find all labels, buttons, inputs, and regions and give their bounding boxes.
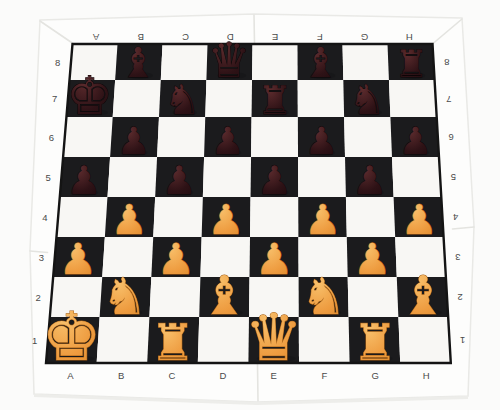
rank-label-left-3: 3: [39, 252, 44, 263]
square-c8[interactable]: [161, 44, 208, 80]
square-e8[interactable]: [252, 44, 298, 80]
square-g4[interactable]: [346, 197, 395, 237]
rank-label-right-7: 7: [446, 94, 451, 105]
rank-label-right-5: 5: [451, 172, 456, 183]
piece-white-pawn-g3[interactable]: ♟: [353, 234, 391, 284]
piece-white-pawn-d4[interactable]: ♟: [207, 196, 244, 244]
piece-white-bishop-h2[interactable]: ♝: [399, 264, 447, 327]
piece-white-pawn-b4[interactable]: ♟: [111, 196, 148, 244]
piece-white-king-a1[interactable]: ♚: [41, 298, 101, 376]
square-c4[interactable]: [153, 197, 203, 237]
piece-black-bishop-f8[interactable]: ♝: [302, 39, 339, 87]
rank-label-right-1: 1: [460, 335, 465, 346]
photo-canvas: ABCDEFGHABCDEFGH8765432187654321♝♛♝♜♚♞♜♞…: [0, 0, 500, 410]
piece-white-rook-c1[interactable]: ♜: [150, 313, 195, 372]
piece-black-bishop-b8[interactable]: ♝: [120, 39, 157, 87]
rank-label-left-2: 2: [36, 292, 41, 303]
square-h5[interactable]: [392, 157, 441, 197]
piece-black-pawn-b6[interactable]: ♟: [117, 119, 151, 163]
piece-white-knight-b2[interactable]: ♞: [102, 267, 147, 326]
square-d5[interactable]: [203, 157, 251, 197]
mat-fold-crease: [254, 15, 255, 44]
piece-black-pawn-e5[interactable]: ♟: [257, 157, 292, 203]
rank-label-right-2: 2: [458, 292, 463, 303]
rank-label-left-7: 7: [52, 93, 57, 104]
square-g8[interactable]: [343, 44, 389, 80]
rank-label-right-8: 8: [444, 57, 449, 68]
file-label-top-a: A: [92, 32, 99, 43]
piece-white-pawn-a3[interactable]: ♟: [59, 234, 97, 284]
square-a4[interactable]: [56, 197, 107, 237]
piece-white-pawn-f4[interactable]: ♟: [304, 196, 341, 244]
file-label-bottom-f: F: [322, 370, 328, 381]
rank-label-right-6: 6: [448, 132, 453, 143]
piece-white-pawn-e3[interactable]: ♟: [255, 234, 293, 284]
file-label-bottom-h: H: [423, 370, 430, 381]
chessboard: ABCDEFGHABCDEFGH8765432187654321♝♛♝♜♚♞♜♞…: [0, 0, 500, 410]
rank-label-right-3: 3: [455, 252, 460, 263]
piece-white-bishop-d2[interactable]: ♝: [200, 264, 248, 327]
square-e6[interactable]: [251, 117, 298, 157]
file-label-top-g: G: [361, 32, 368, 43]
piece-black-rook-e7[interactable]: ♜: [257, 78, 292, 123]
piece-white-rook-g1[interactable]: ♜: [352, 313, 397, 372]
piece-black-pawn-g5[interactable]: ♟: [352, 157, 387, 203]
piece-black-pawn-f6[interactable]: ♟: [305, 119, 339, 163]
rank-label-right-4: 4: [453, 212, 458, 223]
file-label-top-c: C: [182, 32, 189, 43]
rank-label-left-4: 4: [42, 212, 47, 223]
rank-label-left-8: 8: [55, 57, 60, 68]
file-label-top-e: E: [272, 32, 278, 43]
piece-black-knight-g7[interactable]: ♞: [349, 76, 386, 124]
file-label-bottom-b: B: [118, 370, 124, 381]
piece-black-king-a7[interactable]: ♚: [66, 65, 113, 126]
piece-black-pawn-c5[interactable]: ♟: [161, 157, 196, 203]
rank-label-left-5: 5: [46, 172, 51, 183]
piece-black-pawn-h6[interactable]: ♟: [398, 119, 432, 163]
piece-black-pawn-a5[interactable]: ♟: [66, 157, 101, 203]
piece-white-queen-e1[interactable]: ♛: [245, 300, 303, 375]
square-f5[interactable]: [298, 157, 346, 197]
file-label-bottom-d: D: [219, 370, 226, 381]
square-b5[interactable]: [107, 157, 157, 197]
piece-white-pawn-c3[interactable]: ♟: [157, 234, 195, 284]
file-label-top-h: H: [406, 32, 413, 43]
piece-white-pawn-h4[interactable]: ♟: [401, 196, 438, 244]
piece-black-pawn-d6[interactable]: ♟: [211, 119, 245, 163]
rank-label-left-1: 1: [32, 335, 37, 346]
piece-black-queen-d8[interactable]: ♛: [208, 32, 251, 88]
square-e4[interactable]: [250, 197, 298, 237]
piece-white-knight-f2[interactable]: ♞: [301, 267, 346, 326]
rank-label-left-6: 6: [49, 132, 54, 143]
piece-black-rook-h8[interactable]: ♜: [395, 42, 429, 86]
piece-black-knight-c7[interactable]: ♞: [164, 76, 201, 124]
